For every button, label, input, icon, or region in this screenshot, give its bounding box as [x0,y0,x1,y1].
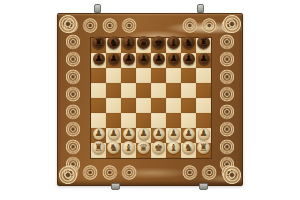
piece-white-king-e1: ♚ [152,141,165,154]
square-b8: ♞ [106,38,121,53]
carved-corner-spiral-top-right [222,14,242,34]
chess-board: ♜♞♝♛♚♝♞♜♟♟♟♟♟♟♟♟♟♟♟♟♟♟♟♟♜♞♝♛♚♝♞♜ [91,38,211,158]
piece-black-bishop-c8: ♝ [122,36,135,49]
square-c7: ♟ [121,53,136,68]
square-c4 [121,98,136,113]
square-h4 [196,98,211,113]
piece-black-pawn-d7: ♟ [138,53,150,65]
piece-black-queen-d8: ♛ [137,36,150,49]
clasp-icon-left [111,183,120,190]
square-d4 [136,98,151,113]
square-g8: ♞ [181,38,196,53]
square-f8: ♝ [166,38,181,53]
piece-black-pawn-e7: ♟ [153,53,165,65]
piece-black-rook-h8: ♜ [197,36,210,49]
square-b1: ♞ [106,143,121,158]
piece-black-pawn-f7: ♟ [168,53,180,65]
piece-white-pawn-e2: ♟ [153,128,165,140]
square-h3 [196,113,211,128]
square-d3 [136,113,151,128]
carved-spiral-band-right [214,33,240,173]
clasp-icon-right [199,183,208,190]
piece-white-knight-b1: ♞ [107,141,120,154]
square-f4 [166,98,181,113]
square-g7: ♟ [181,53,196,68]
hinge-icon-left [94,4,101,13]
square-e1: ♚ [151,143,166,158]
piece-white-bishop-f1: ♝ [167,141,180,154]
square-a8: ♜ [91,38,106,53]
square-g1: ♞ [181,143,196,158]
square-g3 [181,113,196,128]
square-h8: ♜ [196,38,211,53]
piece-white-pawn-h2: ♟ [198,128,210,140]
square-b3 [106,113,121,128]
square-e4 [151,98,166,113]
square-b7: ♟ [106,53,121,68]
wooden-chess-box: ♜♞♝♛♚♝♞♜♟♟♟♟♟♟♟♟♟♟♟♟♟♟♟♟♜♞♝♛♚♝♞♜ [57,13,243,186]
piece-black-knight-b8: ♞ [107,36,120,49]
square-h7: ♟ [196,53,211,68]
piece-black-pawn-a7: ♟ [93,53,105,65]
square-a3 [91,113,106,128]
piece-white-rook-a1: ♜ [92,141,105,154]
carved-spiral-band-left [60,33,86,173]
square-d8: ♛ [136,38,151,53]
square-a4 [91,98,106,113]
piece-white-pawn-f2: ♟ [168,128,180,140]
square-c1: ♝ [121,143,136,158]
square-h6 [196,68,211,83]
piece-white-pawn-g2: ♟ [183,128,195,140]
square-a7: ♟ [91,53,106,68]
piece-white-pawn-b2: ♟ [108,128,120,140]
square-c3 [121,113,136,128]
piece-white-pawn-a2: ♟ [93,128,105,140]
piece-white-pawn-c2: ♟ [123,128,135,140]
square-a5 [91,83,106,98]
square-e7: ♟ [151,53,166,68]
square-c5 [121,83,136,98]
square-d7: ♟ [136,53,151,68]
carved-corner-spiral-bottom-right [222,165,242,185]
square-g5 [181,83,196,98]
piece-black-pawn-h7: ♟ [198,53,210,65]
square-b4 [106,98,121,113]
piece-white-bishop-c1: ♝ [122,141,135,154]
square-h5 [196,83,211,98]
hinge-icon-right [197,4,204,13]
square-g6 [181,68,196,83]
square-e3 [151,113,166,128]
piece-white-rook-h1: ♜ [197,141,210,154]
square-c8: ♝ [121,38,136,53]
piece-black-pawn-b7: ♟ [108,53,120,65]
square-e8: ♚ [151,38,166,53]
piece-white-queen-d1: ♛ [137,141,150,154]
carved-corner-spiral-bottom-left [58,165,78,185]
square-d6 [136,68,151,83]
piece-black-pawn-g7: ♟ [183,53,195,65]
piece-white-pawn-d2: ♟ [138,128,150,140]
square-f5 [166,83,181,98]
square-f3 [166,113,181,128]
square-f6 [166,68,181,83]
piece-white-knight-g1: ♞ [182,141,195,154]
piece-black-rook-a8: ♜ [92,36,105,49]
carved-corner-spiral-top-left [58,14,78,34]
square-f7: ♟ [166,53,181,68]
square-e6 [151,68,166,83]
square-h1: ♜ [196,143,211,158]
piece-black-bishop-f8: ♝ [167,36,180,49]
square-a1: ♜ [91,143,106,158]
square-g4 [181,98,196,113]
square-b6 [106,68,121,83]
square-f1: ♝ [166,143,181,158]
product-photo-background: ♜♞♝♛♚♝♞♜♟♟♟♟♟♟♟♟♟♟♟♟♟♟♟♟♜♞♝♛♚♝♞♜ [0,0,300,200]
square-e5 [151,83,166,98]
piece-black-king-e8: ♚ [152,36,165,49]
square-b5 [106,83,121,98]
square-d5 [136,83,151,98]
piece-black-pawn-c7: ♟ [123,53,135,65]
square-c6 [121,68,136,83]
square-a6 [91,68,106,83]
piece-black-knight-g8: ♞ [182,36,195,49]
square-d1: ♛ [136,143,151,158]
